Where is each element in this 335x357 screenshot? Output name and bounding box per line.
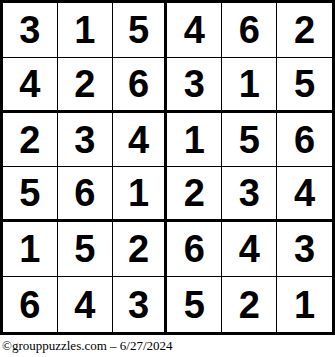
cell-r5c6: 3 [277, 222, 332, 277]
cell-r5c5: 4 [222, 222, 277, 277]
cell-r6c6: 1 [277, 277, 332, 332]
cell-r2c3: 6 [113, 58, 168, 113]
cell-r2c2: 2 [58, 58, 113, 113]
cell-r5c3: 2 [113, 222, 168, 277]
cell-r2c1: 4 [3, 58, 58, 113]
cell-r3c1: 2 [3, 113, 58, 168]
cell-r1c1: 3 [3, 3, 58, 58]
cell-r2c5: 1 [222, 58, 277, 113]
cell-r4c3: 1 [113, 167, 168, 222]
cell-r2c4: 3 [167, 58, 222, 113]
cell-r3c2: 3 [58, 113, 113, 168]
cell-r4c2: 6 [58, 167, 113, 222]
cell-r6c4: 5 [167, 277, 222, 332]
cell-r1c6: 2 [277, 3, 332, 58]
cell-r1c4: 4 [167, 3, 222, 58]
cell-r1c3: 5 [113, 3, 168, 58]
cell-r3c5: 5 [222, 113, 277, 168]
cell-r3c6: 6 [277, 113, 332, 168]
cell-r3c4: 1 [167, 113, 222, 168]
cell-r6c1: 6 [3, 277, 58, 332]
cell-r5c2: 5 [58, 222, 113, 277]
cell-r1c5: 6 [222, 3, 277, 58]
cell-r5c4: 6 [167, 222, 222, 277]
cell-r4c4: 2 [167, 167, 222, 222]
cell-r4c5: 3 [222, 167, 277, 222]
cell-r6c3: 3 [113, 277, 168, 332]
cell-r5c1: 1 [3, 222, 58, 277]
cell-r3c3: 4 [113, 113, 168, 168]
sudoku-page: 315462426315234156561234152643643521 ©gr… [0, 0, 335, 357]
cell-r4c1: 5 [3, 167, 58, 222]
sudoku-board: 315462426315234156561234152643643521 [0, 0, 335, 335]
cell-r1c2: 1 [58, 3, 113, 58]
cell-r6c5: 2 [222, 277, 277, 332]
cell-r2c6: 5 [277, 58, 332, 113]
cell-r6c2: 4 [58, 277, 113, 332]
cell-r4c6: 4 [277, 167, 332, 222]
copyright-credit: ©grouppuzzles.com – 6/27/2024 [2, 339, 335, 353]
